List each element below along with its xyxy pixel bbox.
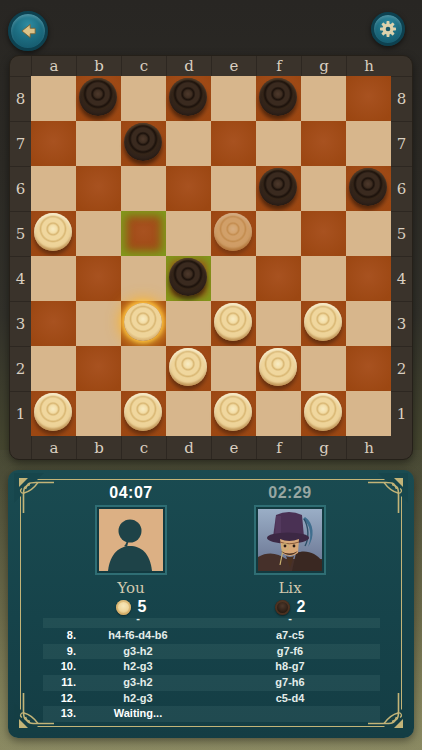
square-f3[interactable] bbox=[256, 301, 301, 346]
file-label-c: c bbox=[121, 436, 166, 459]
your-captured-count: 5 bbox=[61, 598, 201, 616]
back-arrow-icon bbox=[17, 20, 39, 42]
piece-light-d2[interactable] bbox=[169, 348, 207, 386]
rank-label-1: 1 bbox=[10, 391, 31, 436]
square-a5[interactable] bbox=[31, 211, 76, 256]
piece-dark-f6[interactable] bbox=[259, 168, 297, 206]
board-corner bbox=[391, 56, 412, 76]
file-label-g: g bbox=[301, 436, 346, 459]
rank-label-5: 5 bbox=[10, 211, 31, 256]
piece-dark-d4[interactable] bbox=[169, 258, 207, 296]
square-f7[interactable] bbox=[256, 121, 301, 166]
square-b6[interactable] bbox=[76, 166, 121, 211]
square-c2[interactable] bbox=[121, 346, 166, 391]
opponent-name: Lix bbox=[220, 579, 360, 597]
piece-dark-c7[interactable] bbox=[124, 123, 162, 161]
square-g3[interactable] bbox=[301, 301, 346, 346]
board-corner bbox=[10, 56, 31, 76]
square-g5[interactable] bbox=[301, 211, 346, 256]
rank-label-8: 8 bbox=[391, 76, 412, 121]
piece-light-g3[interactable] bbox=[304, 303, 342, 341]
file-label-b: b bbox=[76, 436, 121, 459]
square-a3[interactable] bbox=[31, 301, 76, 346]
back-button[interactable] bbox=[8, 11, 48, 51]
square-h4[interactable] bbox=[346, 256, 391, 301]
move-row: 9.g3-h2g7-f6 bbox=[43, 644, 380, 660]
move-row: 12.h2-g3c5-d4 bbox=[43, 691, 380, 707]
panel-ornament bbox=[368, 473, 408, 513]
square-d6[interactable] bbox=[166, 166, 211, 211]
square-c5[interactable] bbox=[121, 211, 166, 256]
square-d5[interactable] bbox=[166, 211, 211, 256]
board-corner bbox=[10, 436, 31, 459]
file-label-h: h bbox=[346, 436, 391, 459]
square-h1[interactable] bbox=[346, 391, 391, 436]
square-b8[interactable] bbox=[76, 76, 121, 121]
file-label-f: f bbox=[256, 56, 301, 76]
piece-dark-h6[interactable] bbox=[349, 168, 387, 206]
square-d7[interactable] bbox=[166, 121, 211, 166]
file-label-b: b bbox=[76, 56, 121, 76]
piece-dark-b8[interactable] bbox=[79, 78, 117, 116]
move-list[interactable]: --8.h4-f6-d4-b6a7-c59.g3-h2g7-f610.h2-g3… bbox=[43, 618, 380, 726]
portrait-avatar-icon bbox=[258, 509, 322, 571]
square-e6[interactable] bbox=[211, 166, 256, 211]
piece-light-e1[interactable] bbox=[214, 393, 252, 431]
square-a7[interactable] bbox=[31, 121, 76, 166]
square-e5[interactable] bbox=[211, 211, 256, 256]
square-e8[interactable] bbox=[211, 76, 256, 121]
checkers-board: abcdefgh8877665544332211abcdefgh bbox=[9, 55, 413, 460]
piece-ghost-light-e5[interactable] bbox=[214, 213, 252, 251]
square-d8[interactable] bbox=[166, 76, 211, 121]
rank-label-1: 1 bbox=[391, 391, 412, 436]
rank-label-2: 2 bbox=[391, 346, 412, 391]
piece-dark-d8[interactable] bbox=[169, 78, 207, 116]
rank-label-3: 3 bbox=[10, 301, 31, 346]
file-label-e: e bbox=[211, 56, 256, 76]
move-row: 8.h4-f6-d4-b6a7-c5 bbox=[43, 628, 380, 644]
gear-icon bbox=[377, 18, 399, 40]
square-f5[interactable] bbox=[256, 211, 301, 256]
player-opponent: 02:29 bbox=[220, 483, 360, 616]
square-e4[interactable] bbox=[211, 256, 256, 301]
rank-label-6: 6 bbox=[10, 166, 31, 211]
rank-label-6: 6 bbox=[391, 166, 412, 211]
square-d1[interactable] bbox=[166, 391, 211, 436]
opponent-timer: 02:29 bbox=[220, 483, 360, 502]
square-g4[interactable] bbox=[301, 256, 346, 301]
square-g6[interactable] bbox=[301, 166, 346, 211]
move-row: 13.Waiting... bbox=[43, 706, 380, 722]
square-f4[interactable] bbox=[256, 256, 301, 301]
square-c4[interactable] bbox=[121, 256, 166, 301]
board-corner bbox=[391, 436, 412, 459]
square-h7[interactable] bbox=[346, 121, 391, 166]
square-d2[interactable] bbox=[166, 346, 211, 391]
square-h5[interactable] bbox=[346, 211, 391, 256]
file-label-h: h bbox=[346, 56, 391, 76]
piece-light-g1[interactable] bbox=[304, 393, 342, 431]
square-b2[interactable] bbox=[76, 346, 121, 391]
rank-label-4: 4 bbox=[391, 256, 412, 301]
rank-label-7: 7 bbox=[391, 121, 412, 166]
file-label-a: a bbox=[31, 56, 76, 76]
square-d4[interactable] bbox=[166, 256, 211, 301]
piece-dark-f8[interactable] bbox=[259, 78, 297, 116]
square-a8[interactable] bbox=[31, 76, 76, 121]
move-row: -- bbox=[43, 618, 380, 628]
file-label-f: f bbox=[256, 436, 301, 459]
rank-label-5: 5 bbox=[391, 211, 412, 256]
square-c7[interactable] bbox=[121, 121, 166, 166]
dark-piece-icon bbox=[275, 600, 290, 615]
move-row: 10.h2-g3h8-g7 bbox=[43, 659, 380, 675]
square-e7[interactable] bbox=[211, 121, 256, 166]
square-e2[interactable] bbox=[211, 346, 256, 391]
rank-label-7: 7 bbox=[10, 121, 31, 166]
square-d3[interactable] bbox=[166, 301, 211, 346]
square-f2[interactable] bbox=[256, 346, 301, 391]
square-h8[interactable] bbox=[346, 76, 391, 121]
square-h3[interactable] bbox=[346, 301, 391, 346]
panel-ornament bbox=[14, 473, 54, 513]
file-label-g: g bbox=[301, 56, 346, 76]
piece-light-e3[interactable] bbox=[214, 303, 252, 341]
light-piece-icon bbox=[116, 600, 131, 615]
square-f6[interactable] bbox=[256, 166, 301, 211]
game-info-panel: 04:07 You 5 02:29 bbox=[8, 470, 414, 738]
square-h6[interactable] bbox=[346, 166, 391, 211]
file-label-e: e bbox=[211, 436, 256, 459]
file-label-a: a bbox=[31, 436, 76, 459]
player-you: 04:07 You 5 bbox=[61, 483, 201, 616]
square-f1[interactable] bbox=[256, 391, 301, 436]
piece-light-a1[interactable] bbox=[34, 393, 72, 431]
move-row: 11.g3-h2g7-h6 bbox=[43, 675, 380, 691]
file-label-d: d bbox=[166, 56, 211, 76]
square-c3[interactable] bbox=[121, 301, 166, 346]
square-g2[interactable] bbox=[301, 346, 346, 391]
opponent-avatar bbox=[254, 505, 326, 575]
rank-label-2: 2 bbox=[10, 346, 31, 391]
square-a6[interactable] bbox=[31, 166, 76, 211]
file-label-c: c bbox=[121, 56, 166, 76]
rank-label-3: 3 bbox=[391, 301, 412, 346]
settings-button[interactable] bbox=[371, 12, 405, 46]
square-c1[interactable] bbox=[121, 391, 166, 436]
file-label-d: d bbox=[166, 436, 211, 459]
piece-light-f2[interactable] bbox=[259, 348, 297, 386]
square-b4[interactable] bbox=[76, 256, 121, 301]
square-c8[interactable] bbox=[121, 76, 166, 121]
square-a2[interactable] bbox=[31, 346, 76, 391]
square-e3[interactable] bbox=[211, 301, 256, 346]
your-avatar bbox=[95, 505, 167, 575]
silhouette-avatar-icon bbox=[99, 509, 163, 571]
square-h2[interactable] bbox=[346, 346, 391, 391]
your-name: You bbox=[61, 579, 201, 597]
opponent-captured-count: 2 bbox=[220, 598, 360, 616]
square-b5[interactable] bbox=[76, 211, 121, 256]
rank-label-8: 8 bbox=[10, 76, 31, 121]
square-b1[interactable] bbox=[76, 391, 121, 436]
square-b7[interactable] bbox=[76, 121, 121, 166]
square-a1[interactable] bbox=[31, 391, 76, 436]
square-e1[interactable] bbox=[211, 391, 256, 436]
your-timer: 04:07 bbox=[61, 483, 201, 502]
square-c6[interactable] bbox=[121, 166, 166, 211]
square-g8[interactable] bbox=[301, 76, 346, 121]
piece-light-a5[interactable] bbox=[34, 213, 72, 251]
square-g1[interactable] bbox=[301, 391, 346, 436]
square-b3[interactable] bbox=[76, 301, 121, 346]
piece-light-c3[interactable] bbox=[124, 303, 162, 341]
square-a4[interactable] bbox=[31, 256, 76, 301]
app-screen: abcdefgh8877665544332211abcdefgh bbox=[0, 0, 422, 750]
rank-label-4: 4 bbox=[10, 256, 31, 301]
square-f8[interactable] bbox=[256, 76, 301, 121]
square-g7[interactable] bbox=[301, 121, 346, 166]
piece-light-c1[interactable] bbox=[124, 393, 162, 431]
